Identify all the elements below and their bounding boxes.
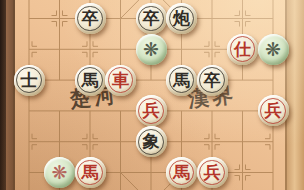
hidden-piece-black[interactable]: ❋ — [258, 34, 289, 65]
piece-glyph: 馬 — [173, 71, 190, 88]
piece-glyph: ❋ — [52, 163, 68, 182]
black-soldier[interactable]: 卒 — [197, 65, 228, 96]
black-advisor[interactable]: 士 — [14, 65, 45, 96]
piece-glyph: 卒 — [204, 71, 221, 88]
xiangqi-board[interactable]: 楚河 漢界 卒卒炮❋仕❋士馬車馬卒兵兵象❋馬馬兵 — [0, 0, 304, 190]
piece-glyph: ❋ — [265, 40, 281, 59]
red-horse[interactable]: 馬 — [166, 157, 197, 188]
piece-glyph: 象 — [143, 133, 160, 150]
black-horse[interactable]: 馬 — [166, 65, 197, 96]
piece-glyph: 兵 — [265, 102, 282, 119]
black-soldier[interactable]: 卒 — [75, 3, 106, 34]
piece-glyph: 馬 — [173, 163, 190, 180]
piece-glyph: 卒 — [82, 10, 99, 27]
piece-glyph: 炮 — [173, 10, 190, 27]
piece-glyph: 馬 — [82, 163, 99, 180]
piece-grid[interactable]: 卒卒炮❋仕❋士馬車馬卒兵兵象❋馬馬兵 — [14, 3, 289, 188]
piece-glyph: 兵 — [143, 102, 160, 119]
red-horse[interactable]: 馬 — [75, 157, 106, 188]
red-soldier[interactable]: 兵 — [258, 95, 289, 126]
black-soldier[interactable]: 卒 — [136, 3, 167, 34]
black-horse[interactable]: 馬 — [75, 65, 106, 96]
red-advisor[interactable]: 仕 — [227, 34, 258, 65]
black-cannon[interactable]: 炮 — [166, 3, 197, 34]
piece-glyph: 馬 — [82, 71, 99, 88]
red-soldier[interactable]: 兵 — [136, 95, 167, 126]
red-soldier[interactable]: 兵 — [197, 157, 228, 188]
piece-glyph: ❋ — [143, 40, 159, 59]
red-chariot[interactable]: 車 — [105, 65, 136, 96]
black-elephant[interactable]: 象 — [136, 126, 167, 157]
piece-glyph: 兵 — [204, 163, 221, 180]
piece-glyph: 卒 — [143, 10, 160, 27]
piece-glyph: 車 — [112, 71, 129, 88]
piece-glyph: 士 — [21, 71, 38, 88]
piece-glyph: 仕 — [234, 40, 251, 57]
hidden-piece-red[interactable]: ❋ — [44, 157, 75, 188]
hidden-piece-black[interactable]: ❋ — [136, 34, 167, 65]
